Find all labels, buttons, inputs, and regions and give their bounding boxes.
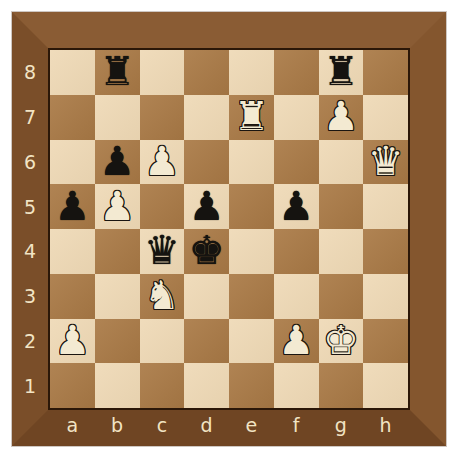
square-g6[interactable] xyxy=(319,140,364,185)
square-g4[interactable] xyxy=(319,229,364,274)
square-b3[interactable] xyxy=(95,274,140,319)
square-c2[interactable] xyxy=(140,319,185,364)
square-e8[interactable] xyxy=(229,50,274,95)
square-b8[interactable]: ♜ xyxy=(95,50,140,95)
square-f2[interactable]: ♟ xyxy=(274,319,319,364)
square-d5[interactable]: ♟ xyxy=(184,184,229,229)
board-wrap: ♜♜♜♟♟♟♛♟♟♟♟♛♚♞♟♟♚ 87654321 abcdefgh xyxy=(48,48,410,410)
square-c5[interactable] xyxy=(140,184,185,229)
square-b5[interactable]: ♟ xyxy=(95,184,140,229)
square-h1[interactable] xyxy=(363,363,408,408)
square-c8[interactable] xyxy=(140,50,185,95)
file-label-h: h xyxy=(363,410,408,440)
square-h3[interactable] xyxy=(363,274,408,319)
square-b2[interactable] xyxy=(95,319,140,364)
rank-label-7: 7 xyxy=(19,95,41,140)
square-a7[interactable] xyxy=(50,95,95,140)
square-g7[interactable]: ♟ xyxy=(319,95,364,140)
rank-label-6: 6 xyxy=(19,140,41,185)
square-e2[interactable] xyxy=(229,319,274,364)
square-f4[interactable] xyxy=(274,229,319,274)
chess-app: ♜♜♜♟♟♟♛♟♟♟♟♛♚♞♟♟♚ 87654321 abcdefgh xyxy=(0,0,454,458)
square-c6[interactable]: ♟ xyxy=(140,140,185,185)
rank-label-4: 4 xyxy=(19,229,41,274)
square-e3[interactable] xyxy=(229,274,274,319)
square-f1[interactable] xyxy=(274,363,319,408)
black-queen[interactable]: ♛ xyxy=(144,230,180,270)
square-g3[interactable] xyxy=(319,274,364,319)
file-label-b: b xyxy=(95,410,140,440)
black-pawn[interactable]: ♟ xyxy=(189,186,225,226)
square-g2[interactable]: ♚ xyxy=(319,319,364,364)
square-f8[interactable] xyxy=(274,50,319,95)
square-f3[interactable] xyxy=(274,274,319,319)
chess-board: ♜♜♜♟♟♟♛♟♟♟♟♛♚♞♟♟♚ xyxy=(50,50,408,408)
black-pawn[interactable]: ♟ xyxy=(54,186,90,226)
white-knight[interactable]: ♞ xyxy=(144,275,180,315)
square-e7[interactable]: ♜ xyxy=(229,95,274,140)
file-label-c: c xyxy=(140,410,185,440)
square-d1[interactable] xyxy=(184,363,229,408)
black-king[interactable]: ♚ xyxy=(189,230,225,270)
square-b6[interactable]: ♟ xyxy=(95,140,140,185)
file-label-f: f xyxy=(274,410,319,440)
rank-label-5: 5 xyxy=(19,184,41,229)
file-labels: abcdefgh xyxy=(50,410,408,440)
white-pawn[interactable]: ♟ xyxy=(54,320,90,360)
square-e1[interactable] xyxy=(229,363,274,408)
square-a8[interactable] xyxy=(50,50,95,95)
square-d4[interactable]: ♚ xyxy=(184,229,229,274)
square-f6[interactable] xyxy=(274,140,319,185)
black-pawn[interactable]: ♟ xyxy=(99,141,135,181)
square-h6[interactable]: ♛ xyxy=(363,140,408,185)
file-label-a: a xyxy=(50,410,95,440)
black-rook[interactable]: ♜ xyxy=(99,51,135,91)
square-d7[interactable] xyxy=(184,95,229,140)
file-label-g: g xyxy=(319,410,364,440)
square-g8[interactable]: ♜ xyxy=(319,50,364,95)
file-label-e: e xyxy=(229,410,274,440)
file-label-d: d xyxy=(184,410,229,440)
white-pawn[interactable]: ♟ xyxy=(99,186,135,226)
square-a1[interactable] xyxy=(50,363,95,408)
square-g5[interactable] xyxy=(319,184,364,229)
square-a2[interactable]: ♟ xyxy=(50,319,95,364)
white-queen[interactable]: ♛ xyxy=(368,141,404,181)
square-d6[interactable] xyxy=(184,140,229,185)
square-c4[interactable]: ♛ xyxy=(140,229,185,274)
square-b7[interactable] xyxy=(95,95,140,140)
square-d8[interactable] xyxy=(184,50,229,95)
square-f7[interactable] xyxy=(274,95,319,140)
board-frame: ♜♜♜♟♟♟♛♟♟♟♟♛♚♞♟♟♚ 87654321 abcdefgh xyxy=(12,12,446,446)
rank-label-3: 3 xyxy=(19,274,41,319)
square-h8[interactable] xyxy=(363,50,408,95)
square-b1[interactable] xyxy=(95,363,140,408)
square-e4[interactable] xyxy=(229,229,274,274)
square-a3[interactable] xyxy=(50,274,95,319)
white-pawn[interactable]: ♟ xyxy=(144,141,180,181)
rank-label-1: 1 xyxy=(19,363,41,408)
square-h5[interactable] xyxy=(363,184,408,229)
square-a5[interactable]: ♟ xyxy=(50,184,95,229)
rank-labels: 87654321 xyxy=(19,50,41,408)
square-d3[interactable] xyxy=(184,274,229,319)
white-king[interactable]: ♚ xyxy=(323,320,359,360)
square-h4[interactable] xyxy=(363,229,408,274)
square-b4[interactable] xyxy=(95,229,140,274)
square-c3[interactable]: ♞ xyxy=(140,274,185,319)
square-c7[interactable] xyxy=(140,95,185,140)
square-h2[interactable] xyxy=(363,319,408,364)
black-pawn[interactable]: ♟ xyxy=(278,186,314,226)
square-c1[interactable] xyxy=(140,363,185,408)
square-a6[interactable] xyxy=(50,140,95,185)
square-e5[interactable] xyxy=(229,184,274,229)
square-e6[interactable] xyxy=(229,140,274,185)
rank-label-2: 2 xyxy=(19,319,41,364)
black-rook[interactable]: ♜ xyxy=(323,51,359,91)
square-f5[interactable]: ♟ xyxy=(274,184,319,229)
rank-label-8: 8 xyxy=(19,50,41,95)
square-g1[interactable] xyxy=(319,363,364,408)
white-pawn[interactable]: ♟ xyxy=(278,320,314,360)
white-rook[interactable]: ♜ xyxy=(233,96,269,136)
square-d2[interactable] xyxy=(184,319,229,364)
square-h7[interactable] xyxy=(363,95,408,140)
white-pawn[interactable]: ♟ xyxy=(323,96,359,136)
square-a4[interactable] xyxy=(50,229,95,274)
